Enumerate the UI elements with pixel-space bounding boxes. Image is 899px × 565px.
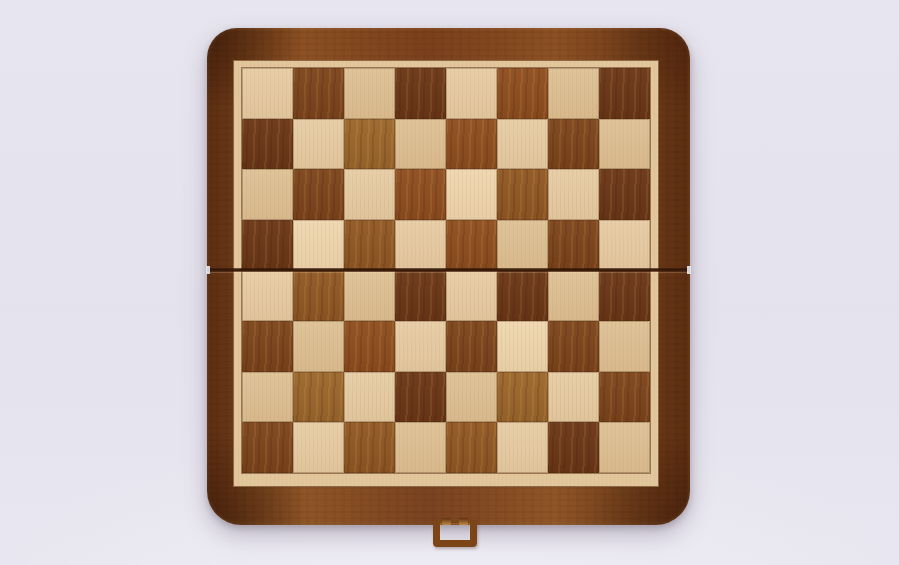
square-c3 [344, 321, 395, 372]
clasp-hinge-pin-right [459, 518, 468, 525]
square-h7 [599, 119, 650, 170]
square-e3 [446, 321, 497, 372]
square-a1 [242, 422, 293, 473]
square-g3 [548, 321, 599, 372]
square-d3 [395, 321, 446, 372]
square-g6 [548, 169, 599, 220]
square-a7 [242, 119, 293, 170]
square-h2 [599, 372, 650, 423]
square-b7 [293, 119, 344, 170]
square-c5 [344, 220, 395, 271]
square-g4 [548, 271, 599, 322]
square-b5 [293, 220, 344, 271]
square-g8 [548, 68, 599, 119]
square-f7 [497, 119, 548, 170]
square-h8 [599, 68, 650, 119]
square-h4 [599, 271, 650, 322]
square-d8 [395, 68, 446, 119]
square-f1 [497, 422, 548, 473]
photo-backdrop [0, 0, 899, 565]
square-a2 [242, 372, 293, 423]
square-d4 [395, 271, 446, 322]
square-h3 [599, 321, 650, 372]
square-f8 [497, 68, 548, 119]
square-d1 [395, 422, 446, 473]
square-b4 [293, 271, 344, 322]
square-e1 [446, 422, 497, 473]
square-g2 [548, 372, 599, 423]
square-b1 [293, 422, 344, 473]
square-b2 [293, 372, 344, 423]
square-h6 [599, 169, 650, 220]
square-c1 [344, 422, 395, 473]
square-a4 [242, 271, 293, 322]
square-a6 [242, 169, 293, 220]
square-a5 [242, 220, 293, 271]
square-c4 [344, 271, 395, 322]
square-g5 [548, 220, 599, 271]
hinge-gap-right [687, 266, 691, 274]
square-b3 [293, 321, 344, 372]
square-h1 [599, 422, 650, 473]
square-c8 [344, 68, 395, 119]
square-g1 [548, 422, 599, 473]
square-e8 [446, 68, 497, 119]
square-f6 [497, 169, 548, 220]
fold-hinge-seam [207, 268, 690, 272]
square-f5 [497, 220, 548, 271]
square-a3 [242, 321, 293, 372]
square-e7 [446, 119, 497, 170]
square-f4 [497, 271, 548, 322]
square-c7 [344, 119, 395, 170]
square-e4 [446, 271, 497, 322]
square-e6 [446, 169, 497, 220]
square-h5 [599, 220, 650, 271]
square-e5 [446, 220, 497, 271]
square-d5 [395, 220, 446, 271]
square-b6 [293, 169, 344, 220]
folding-chess-board-box [207, 28, 690, 525]
square-f3 [497, 321, 548, 372]
square-f2 [497, 372, 548, 423]
square-c2 [344, 372, 395, 423]
hinge-gap-left [206, 266, 210, 274]
square-e2 [446, 372, 497, 423]
square-a8 [242, 68, 293, 119]
square-d7 [395, 119, 446, 170]
clasp-hinge-pin-left [442, 518, 451, 525]
brass-clasp-latch [433, 520, 477, 547]
square-g7 [548, 119, 599, 170]
square-c6 [344, 169, 395, 220]
square-d6 [395, 169, 446, 220]
square-b8 [293, 68, 344, 119]
square-d2 [395, 372, 446, 423]
